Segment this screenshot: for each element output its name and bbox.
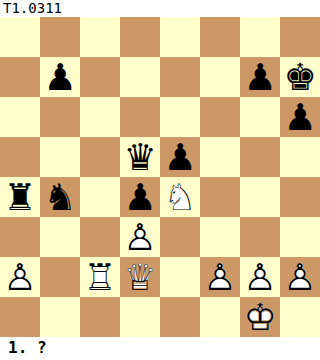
- square-b4[interactable]: ♞: [40, 177, 80, 217]
- square-c4[interactable]: [80, 177, 120, 217]
- white-pawn[interactable]: ♟♙: [0, 257, 40, 297]
- piece-outline-glyph: ♔: [240, 297, 280, 337]
- piece-glyph: ♜: [0, 177, 40, 217]
- square-e6[interactable]: [160, 97, 200, 137]
- square-h8[interactable]: [280, 17, 320, 57]
- piece-outline-glyph: ♙: [240, 257, 280, 297]
- black-pawn[interactable]: ♟: [280, 97, 320, 137]
- square-c5[interactable]: [80, 137, 120, 177]
- square-a5[interactable]: [0, 137, 40, 177]
- square-d7[interactable]: [120, 57, 160, 97]
- white-pawn[interactable]: ♟♙: [240, 257, 280, 297]
- square-c8[interactable]: [80, 17, 120, 57]
- square-d4[interactable]: ♟: [120, 177, 160, 217]
- piece-outline-glyph: ♕: [120, 257, 160, 297]
- piece-outline-glyph: ♙: [0, 257, 40, 297]
- square-g2[interactable]: ♟♙: [240, 257, 280, 297]
- square-h6[interactable]: ♟: [280, 97, 320, 137]
- square-h2[interactable]: ♟♙: [280, 257, 320, 297]
- square-d5[interactable]: ♛: [120, 137, 160, 177]
- piece-glyph: ♞: [40, 177, 80, 217]
- piece-glyph: ♟: [160, 137, 200, 177]
- square-f3[interactable]: [200, 217, 240, 257]
- square-d2[interactable]: ♛♕: [120, 257, 160, 297]
- chess-puzzle-page: T1.0311 ♟♟♚♟♛♟♜♞♟♞♘♟♙♟♙♜♖♛♕♟♙♟♙♟♙♚♔ 1. ?: [0, 0, 320, 360]
- square-g6[interactable]: [240, 97, 280, 137]
- square-h3[interactable]: [280, 217, 320, 257]
- square-g1[interactable]: ♚♔: [240, 297, 280, 337]
- square-b5[interactable]: [40, 137, 80, 177]
- move-prompt: 1. ?: [8, 338, 47, 358]
- square-a8[interactable]: [0, 17, 40, 57]
- square-f8[interactable]: [200, 17, 240, 57]
- square-d1[interactable]: [120, 297, 160, 337]
- square-h1[interactable]: [280, 297, 320, 337]
- piece-glyph: ♟: [240, 57, 280, 97]
- white-pawn[interactable]: ♟♙: [200, 257, 240, 297]
- square-a2[interactable]: ♟♙: [0, 257, 40, 297]
- square-c6[interactable]: [80, 97, 120, 137]
- square-b8[interactable]: [40, 17, 80, 57]
- square-h4[interactable]: [280, 177, 320, 217]
- square-e2[interactable]: [160, 257, 200, 297]
- white-king[interactable]: ♚♔: [240, 297, 280, 337]
- white-queen[interactable]: ♛♕: [120, 257, 160, 297]
- square-a3[interactable]: [0, 217, 40, 257]
- square-g4[interactable]: [240, 177, 280, 217]
- square-g7[interactable]: ♟: [240, 57, 280, 97]
- black-king[interactable]: ♚: [280, 57, 320, 97]
- square-e5[interactable]: ♟: [160, 137, 200, 177]
- chess-board: ♟♟♚♟♛♟♜♞♟♞♘♟♙♟♙♜♖♛♕♟♙♟♙♟♙♚♔: [0, 17, 320, 337]
- square-f5[interactable]: [200, 137, 240, 177]
- piece-outline-glyph: ♙: [280, 257, 320, 297]
- white-pawn[interactable]: ♟♙: [280, 257, 320, 297]
- square-a6[interactable]: [0, 97, 40, 137]
- square-e4[interactable]: ♞♘: [160, 177, 200, 217]
- black-pawn[interactable]: ♟: [240, 57, 280, 97]
- square-f7[interactable]: [200, 57, 240, 97]
- square-g5[interactable]: [240, 137, 280, 177]
- puzzle-id: T1.0311: [3, 0, 62, 17]
- square-h5[interactable]: [280, 137, 320, 177]
- square-e1[interactable]: [160, 297, 200, 337]
- piece-glyph: ♛: [120, 137, 160, 177]
- square-g3[interactable]: [240, 217, 280, 257]
- square-f1[interactable]: [200, 297, 240, 337]
- square-h7[interactable]: ♚: [280, 57, 320, 97]
- square-b6[interactable]: [40, 97, 80, 137]
- square-a4[interactable]: ♜: [0, 177, 40, 217]
- white-knight[interactable]: ♞♘: [160, 177, 200, 217]
- square-f2[interactable]: ♟♙: [200, 257, 240, 297]
- square-d3[interactable]: ♟♙: [120, 217, 160, 257]
- square-f6[interactable]: [200, 97, 240, 137]
- square-c3[interactable]: [80, 217, 120, 257]
- white-rook[interactable]: ♜♖: [80, 257, 120, 297]
- square-a1[interactable]: [0, 297, 40, 337]
- square-f4[interactable]: [200, 177, 240, 217]
- white-pawn[interactable]: ♟♙: [120, 217, 160, 257]
- square-c7[interactable]: [80, 57, 120, 97]
- black-rook[interactable]: ♜: [0, 177, 40, 217]
- piece-outline-glyph: ♘: [160, 177, 200, 217]
- square-b2[interactable]: [40, 257, 80, 297]
- square-e3[interactable]: [160, 217, 200, 257]
- square-b7[interactable]: ♟: [40, 57, 80, 97]
- black-pawn[interactable]: ♟: [40, 57, 80, 97]
- square-b3[interactable]: [40, 217, 80, 257]
- square-a7[interactable]: [0, 57, 40, 97]
- square-e7[interactable]: [160, 57, 200, 97]
- piece-outline-glyph: ♖: [80, 257, 120, 297]
- square-b1[interactable]: [40, 297, 80, 337]
- black-pawn[interactable]: ♟: [120, 177, 160, 217]
- square-d6[interactable]: [120, 97, 160, 137]
- square-c2[interactable]: ♜♖: [80, 257, 120, 297]
- piece-glyph: ♚: [280, 57, 320, 97]
- piece-outline-glyph: ♙: [200, 257, 240, 297]
- black-pawn[interactable]: ♟: [160, 137, 200, 177]
- black-queen[interactable]: ♛: [120, 137, 160, 177]
- piece-glyph: ♟: [120, 177, 160, 217]
- square-c1[interactable]: [80, 297, 120, 337]
- piece-glyph: ♟: [40, 57, 80, 97]
- piece-glyph: ♟: [280, 97, 320, 137]
- square-g8[interactable]: [240, 17, 280, 57]
- piece-outline-glyph: ♙: [120, 217, 160, 257]
- black-knight[interactable]: ♞: [40, 177, 80, 217]
- square-d8[interactable]: [120, 17, 160, 57]
- square-e8[interactable]: [160, 17, 200, 57]
